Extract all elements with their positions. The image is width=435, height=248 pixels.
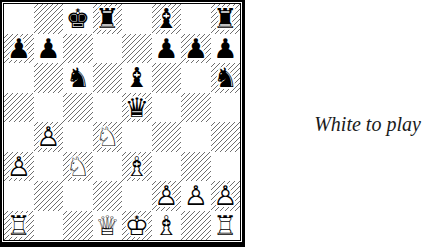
square-g3[interactable]	[181, 152, 211, 182]
square-g6[interactable]	[181, 63, 211, 93]
square-h1[interactable]: ♜♖	[211, 211, 241, 241]
square-b8[interactable]	[34, 4, 64, 34]
square-a3[interactable]: ♟♙	[4, 152, 34, 182]
square-f3[interactable]	[152, 152, 182, 182]
square-d5[interactable]	[93, 93, 123, 123]
square-g5[interactable]	[181, 93, 211, 123]
square-f2[interactable]: ♟♙	[152, 181, 182, 211]
black-bishop[interactable]: ♝♝	[152, 4, 182, 34]
square-d2[interactable]	[93, 181, 123, 211]
square-b5[interactable]	[34, 93, 64, 123]
square-a1[interactable]: ♜♖	[4, 211, 34, 241]
black-queen[interactable]: ♛♛	[122, 93, 152, 123]
black-knight[interactable]: ♞♞	[63, 63, 93, 93]
square-c6[interactable]: ♞♞	[63, 63, 93, 93]
white-pawn[interactable]: ♟♙	[211, 181, 241, 211]
square-g4[interactable]	[181, 122, 211, 152]
square-g8[interactable]	[181, 4, 211, 34]
black-pawn[interactable]: ♟♟	[181, 34, 211, 64]
square-c7[interactable]	[63, 34, 93, 64]
chess-board: ♚♚♜♜♝♝♜♜♟♟♟♟♟♟♟♟♟♟♞♞♝♝♞♞♛♛♟♙♞♘♟♙♞♘♝♗♟♙♟♙…	[3, 3, 241, 241]
square-d6[interactable]	[93, 63, 123, 93]
square-e4[interactable]	[122, 122, 152, 152]
square-h5[interactable]	[211, 93, 241, 123]
square-h6[interactable]: ♞♞	[211, 63, 241, 93]
square-h8[interactable]: ♜♜	[211, 4, 241, 34]
white-pawn[interactable]: ♟♙	[181, 181, 211, 211]
square-b3[interactable]	[34, 152, 64, 182]
square-a4[interactable]	[4, 122, 34, 152]
square-h2[interactable]: ♟♙	[211, 181, 241, 211]
white-rook[interactable]: ♜♖	[4, 211, 34, 241]
white-knight[interactable]: ♞♘	[93, 122, 123, 152]
white-bishop[interactable]: ♝♗	[122, 152, 152, 182]
white-knight[interactable]: ♞♘	[63, 152, 93, 182]
square-e1[interactable]: ♚♔	[122, 211, 152, 241]
black-rook[interactable]: ♜♜	[211, 4, 241, 34]
square-a7[interactable]: ♟♟	[4, 34, 34, 64]
black-pawn[interactable]: ♟♟	[34, 34, 64, 64]
square-e7[interactable]	[122, 34, 152, 64]
square-f6[interactable]	[152, 63, 182, 93]
square-b7[interactable]: ♟♟	[34, 34, 64, 64]
square-f4[interactable]	[152, 122, 182, 152]
square-c3[interactable]: ♞♘	[63, 152, 93, 182]
square-f7[interactable]: ♟♟	[152, 34, 182, 64]
square-h3[interactable]	[211, 152, 241, 182]
square-f8[interactable]: ♝♝	[152, 4, 182, 34]
square-e3[interactable]: ♝♗	[122, 152, 152, 182]
square-a8[interactable]	[4, 4, 34, 34]
square-d1[interactable]: ♛♕	[93, 211, 123, 241]
square-b1[interactable]	[34, 211, 64, 241]
white-pawn[interactable]: ♟♙	[152, 181, 182, 211]
square-d3[interactable]	[93, 152, 123, 182]
square-a5[interactable]	[4, 93, 34, 123]
white-pawn[interactable]: ♟♙	[34, 122, 64, 152]
black-knight[interactable]: ♞♞	[211, 63, 241, 93]
square-e2[interactable]	[122, 181, 152, 211]
white-bishop[interactable]: ♝♗	[152, 211, 182, 241]
square-d7[interactable]	[93, 34, 123, 64]
square-c8[interactable]: ♚♚	[63, 4, 93, 34]
square-c2[interactable]	[63, 181, 93, 211]
white-rook[interactable]: ♜♖	[211, 211, 241, 241]
square-e6[interactable]: ♝♝	[122, 63, 152, 93]
black-pawn[interactable]: ♟♟	[4, 34, 34, 64]
square-g1[interactable]	[181, 211, 211, 241]
black-bishop[interactable]: ♝♝	[122, 63, 152, 93]
square-f1[interactable]: ♝♗	[152, 211, 182, 241]
white-king[interactable]: ♚♔	[122, 211, 152, 241]
square-g7[interactable]: ♟♟	[181, 34, 211, 64]
black-king[interactable]: ♚♚	[63, 4, 93, 34]
square-g2[interactable]: ♟♙	[181, 181, 211, 211]
black-rook[interactable]: ♜♜	[93, 4, 123, 34]
square-e5[interactable]: ♛♛	[122, 93, 152, 123]
black-pawn[interactable]: ♟♟	[152, 34, 182, 64]
square-a6[interactable]	[4, 63, 34, 93]
chess-board-frame: ♚♚♜♜♝♝♜♜♟♟♟♟♟♟♟♟♟♟♞♞♝♝♞♞♛♛♟♙♞♘♟♙♞♘♝♗♟♙♟♙…	[0, 0, 245, 247]
square-d4[interactable]: ♞♘	[93, 122, 123, 152]
white-queen[interactable]: ♛♕	[93, 211, 123, 241]
square-e8[interactable]	[122, 4, 152, 34]
white-pawn[interactable]: ♟♙	[4, 152, 34, 182]
square-h4[interactable]	[211, 122, 241, 152]
square-c5[interactable]	[63, 93, 93, 123]
caption-area: White to play	[245, 0, 435, 248]
side-to-move-caption: White to play	[314, 113, 421, 136]
square-b4[interactable]: ♟♙	[34, 122, 64, 152]
square-b2[interactable]	[34, 181, 64, 211]
square-c4[interactable]	[63, 122, 93, 152]
black-pawn[interactable]: ♟♟	[211, 34, 241, 64]
square-a2[interactable]	[4, 181, 34, 211]
square-f5[interactable]	[152, 93, 182, 123]
square-c1[interactable]	[63, 211, 93, 241]
square-b6[interactable]	[34, 63, 64, 93]
square-h7[interactable]: ♟♟	[211, 34, 241, 64]
square-d8[interactable]: ♜♜	[93, 4, 123, 34]
